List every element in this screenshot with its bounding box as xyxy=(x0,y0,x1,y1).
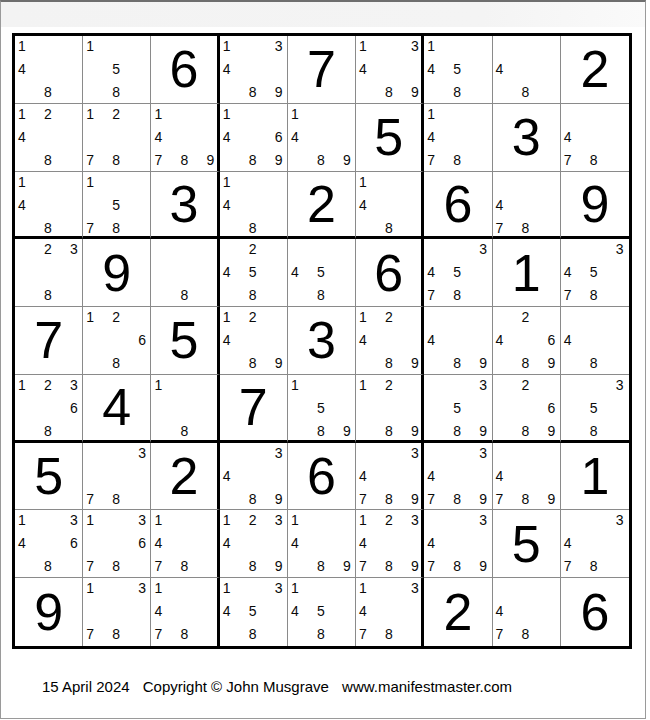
candidate-mark: 7 xyxy=(496,626,504,641)
candidate-mark: 1 xyxy=(359,512,367,527)
candidate-mark: 3 xyxy=(70,512,78,527)
candidate-mark: 3 xyxy=(275,445,283,460)
cell-r8c3[interactable]: 1478 xyxy=(151,510,219,578)
candidate-mark: 5 xyxy=(317,400,325,415)
candidate-mark: 7 xyxy=(359,626,367,641)
candidate-mark: 5 xyxy=(453,400,461,415)
candidate-mark: 9 xyxy=(411,423,419,438)
candidate-mark: 9 xyxy=(275,355,283,370)
candidate-mark: 6 xyxy=(138,535,146,550)
cell-value: 1 xyxy=(493,239,560,306)
candidate-mark: 5 xyxy=(590,264,598,279)
candidate-mark: 8 xyxy=(453,287,461,302)
cell-r2c4[interactable]: 14689 xyxy=(220,104,288,172)
cell-r2c2[interactable]: 1278 xyxy=(83,104,151,172)
candidate-mark: 4 xyxy=(154,129,162,144)
candidate-mark: 8 xyxy=(317,152,325,167)
candidate-mark: 1 xyxy=(223,174,231,189)
candidate-mark: 8 xyxy=(317,626,325,641)
cell-value: 2 xyxy=(424,578,491,646)
cell-value: 6 xyxy=(561,578,629,646)
candidate-mark: 2 xyxy=(385,512,393,527)
candidate-mark: 4 xyxy=(564,129,572,144)
candidate-mark: 3 xyxy=(275,512,283,527)
candidate-mark: 5 xyxy=(249,264,257,279)
candidate-mark: 4 xyxy=(291,603,299,618)
candidate-mark: 2 xyxy=(44,377,52,392)
candidate-mark: 4 xyxy=(154,535,162,550)
candidate-mark: 2 xyxy=(112,309,120,324)
cell-r8c2[interactable]: 13678 xyxy=(83,510,151,578)
cell-r9c8[interactable]: 478 xyxy=(493,578,561,646)
candidate-mark: 6 xyxy=(70,535,78,550)
candidate-mark: 8 xyxy=(112,84,120,99)
cell-r6c9[interactable]: 358 xyxy=(561,375,629,443)
candidate-mark: 9 xyxy=(479,491,487,506)
cell-value: 2 xyxy=(151,443,216,510)
candidate-mark: 1 xyxy=(86,174,94,189)
candidate-mark: 8 xyxy=(44,287,52,302)
cell-r5c4[interactable]: 12489 xyxy=(220,307,288,375)
cell-r6c2[interactable]: 4 xyxy=(83,375,151,443)
candidate-mark: 3 xyxy=(616,512,624,527)
candidate-mark: 1 xyxy=(18,174,26,189)
cell-r3c4[interactable]: 148 xyxy=(220,172,288,240)
candidate-mark: 4 xyxy=(291,129,299,144)
cell-r8c9[interactable]: 3478 xyxy=(561,510,629,578)
candidate-mark: 8 xyxy=(453,558,461,573)
candidate-mark: 4 xyxy=(564,332,572,347)
candidate-mark: 8 xyxy=(180,287,188,302)
cell-r7c1[interactable]: 5 xyxy=(15,443,83,511)
candidate-mark: 4 xyxy=(496,332,504,347)
cell-value: 7 xyxy=(220,375,287,440)
cell-r1c2[interactable]: 158 xyxy=(83,36,151,104)
candidate-mark: 4 xyxy=(427,535,435,550)
candidate-mark: 4 xyxy=(427,264,435,279)
cell-value: 3 xyxy=(288,307,355,374)
candidate-mark: 8 xyxy=(453,152,461,167)
candidate-mark: 7 xyxy=(86,220,94,235)
cell-r6c5[interactable]: 1589 xyxy=(288,375,356,443)
candidate-mark: 4 xyxy=(223,61,231,76)
cell-r4c5[interactable]: 458 xyxy=(288,239,356,307)
candidate-mark: 7 xyxy=(564,152,572,167)
cell-r9c2[interactable]: 1378 xyxy=(83,578,151,646)
cell-r1c5[interactable]: 7 xyxy=(288,36,356,104)
candidate-mark: 1 xyxy=(223,580,231,595)
cell-r5c2[interactable]: 1268 xyxy=(83,307,151,375)
candidate-mark: 4 xyxy=(564,535,572,550)
footer-website: www.manifestmaster.com xyxy=(342,678,512,695)
candidate-mark: 8 xyxy=(112,220,120,235)
candidate-mark: 3 xyxy=(616,241,624,256)
candidate-mark: 8 xyxy=(385,558,393,573)
cell-value: 5 xyxy=(151,307,216,374)
candidate-mark: 1 xyxy=(86,580,94,595)
cell-value: 9 xyxy=(15,578,82,646)
candidate-mark: 5 xyxy=(112,197,120,212)
candidate-mark: 4 xyxy=(359,468,367,483)
candidate-mark: 1 xyxy=(291,377,299,392)
candidate-mark: 8 xyxy=(590,423,598,438)
candidate-mark: 8 xyxy=(522,626,530,641)
candidate-mark: 7 xyxy=(86,152,94,167)
cell-r5c5[interactable]: 3 xyxy=(288,307,356,375)
cell-r4c6[interactable]: 6 xyxy=(356,239,424,307)
cell-r9c1[interactable]: 9 xyxy=(15,578,83,646)
cell-r8c4[interactable]: 123489 xyxy=(220,510,288,578)
candidate-mark: 4 xyxy=(359,197,367,212)
cell-r5c6[interactable]: 12489 xyxy=(356,307,424,375)
cell-r3c5[interactable]: 2 xyxy=(288,172,356,240)
candidate-mark: 6 xyxy=(70,400,78,415)
candidate-mark: 8 xyxy=(522,423,530,438)
candidate-mark: 8 xyxy=(112,355,120,370)
cell-r5c7[interactable]: 489 xyxy=(424,307,492,375)
candidate-mark: 4 xyxy=(18,535,26,550)
cell-r3c9[interactable]: 9 xyxy=(561,172,629,240)
candidate-mark: 4 xyxy=(496,197,504,212)
cell-r7c2[interactable]: 378 xyxy=(83,443,151,511)
candidate-mark: 1 xyxy=(154,580,162,595)
candidate-mark: 9 xyxy=(275,558,283,573)
candidate-mark: 2 xyxy=(249,309,257,324)
page: 1481586134897134891458482124812781478914… xyxy=(0,0,646,719)
candidate-mark: 8 xyxy=(180,152,188,167)
cell-r8c6[interactable]: 1234789 xyxy=(356,510,424,578)
cell-value: 6 xyxy=(356,239,421,306)
candidate-mark: 4 xyxy=(18,61,26,76)
candidate-mark: 2 xyxy=(522,377,530,392)
candidate-mark: 3 xyxy=(138,512,146,527)
cell-value: 2 xyxy=(288,172,355,237)
candidate-mark: 7 xyxy=(154,152,162,167)
cell-r4c7[interactable]: 34578 xyxy=(424,239,492,307)
candidate-mark: 1 xyxy=(359,309,367,324)
candidate-mark: 3 xyxy=(275,580,283,595)
candidate-mark: 1 xyxy=(359,580,367,595)
sudoku-grid: 1481586134897134891458482124812781478914… xyxy=(12,33,632,649)
cell-r3c1[interactable]: 148 xyxy=(15,172,83,240)
cell-r6c7[interactable]: 3589 xyxy=(424,375,492,443)
cell-value: 1 xyxy=(561,443,629,510)
cell-r6c1[interactable]: 12368 xyxy=(15,375,83,443)
candidate-mark: 4 xyxy=(154,603,162,618)
candidate-mark: 4 xyxy=(427,129,435,144)
candidate-mark: 1 xyxy=(359,377,367,392)
cell-r4c1[interactable]: 238 xyxy=(15,239,83,307)
candidate-mark: 9 xyxy=(411,355,419,370)
candidate-mark: 8 xyxy=(44,84,52,99)
candidate-mark: 9 xyxy=(275,84,283,99)
candidate-mark: 5 xyxy=(249,603,257,618)
candidate-mark: 4 xyxy=(18,197,26,212)
candidate-mark: 7 xyxy=(359,558,367,573)
candidate-mark: 4 xyxy=(291,535,299,550)
cell-r8c5[interactable]: 1489 xyxy=(288,510,356,578)
cell-r6c6[interactable]: 1289 xyxy=(356,375,424,443)
candidate-mark: 2 xyxy=(44,106,52,121)
cell-r9c9[interactable]: 6 xyxy=(561,578,629,646)
cell-r1c9[interactable]: 2 xyxy=(561,36,629,104)
footer-copyright: Copyright © John Musgrave xyxy=(143,678,329,695)
candidate-mark: 2 xyxy=(522,309,530,324)
cell-value: 4 xyxy=(83,375,150,440)
cell-r9c5[interactable]: 1458 xyxy=(288,578,356,646)
candidate-mark: 9 xyxy=(479,423,487,438)
cell-r7c7[interactable]: 34789 xyxy=(424,443,492,511)
cell-r2c5[interactable]: 1489 xyxy=(288,104,356,172)
candidate-mark: 6 xyxy=(548,332,556,347)
candidate-mark: 6 xyxy=(138,332,146,347)
candidate-mark: 9 xyxy=(343,152,351,167)
candidate-mark: 8 xyxy=(180,626,188,641)
cell-value: 7 xyxy=(15,307,82,374)
candidate-mark: 2 xyxy=(112,106,120,121)
candidate-mark: 4 xyxy=(223,129,231,144)
cell-r2c3[interactable]: 14789 xyxy=(151,104,219,172)
candidate-mark: 8 xyxy=(590,355,598,370)
candidate-mark: 8 xyxy=(44,220,52,235)
cell-r1c7[interactable]: 1458 xyxy=(424,36,492,104)
candidate-mark: 9 xyxy=(275,152,283,167)
candidate-mark: 8 xyxy=(249,626,257,641)
cell-r6c8[interactable]: 2689 xyxy=(493,375,561,443)
cell-r4c9[interactable]: 34578 xyxy=(561,239,629,307)
candidate-mark: 8 xyxy=(249,84,257,99)
candidate-mark: 7 xyxy=(359,491,367,506)
cell-value: 9 xyxy=(83,239,150,306)
cell-r8c7[interactable]: 34789 xyxy=(424,510,492,578)
candidate-mark: 3 xyxy=(138,580,146,595)
candidate-mark: 1 xyxy=(427,106,435,121)
candidate-mark: 7 xyxy=(564,558,572,573)
candidate-mark: 1 xyxy=(291,106,299,121)
candidate-mark: 1 xyxy=(223,106,231,121)
candidate-mark: 8 xyxy=(249,558,257,573)
candidate-mark: 4 xyxy=(359,535,367,550)
cell-r4c2[interactable]: 9 xyxy=(83,239,151,307)
candidate-mark: 4 xyxy=(223,264,231,279)
cell-r9c4[interactable]: 13458 xyxy=(220,578,288,646)
candidate-mark: 8 xyxy=(522,84,530,99)
cell-r2c9[interactable]: 478 xyxy=(561,104,629,172)
candidate-mark: 8 xyxy=(385,355,393,370)
cell-r7c4[interactable]: 3489 xyxy=(220,443,288,511)
candidate-mark: 4 xyxy=(223,197,231,212)
cell-value: 7 xyxy=(288,36,355,103)
candidate-mark: 1 xyxy=(359,174,367,189)
cell-value: 3 xyxy=(493,104,560,171)
candidate-mark: 7 xyxy=(86,491,94,506)
cell-r6c4[interactable]: 7 xyxy=(220,375,288,443)
candidate-mark: 5 xyxy=(453,61,461,76)
cell-r4c8[interactable]: 1 xyxy=(493,239,561,307)
cell-r2c8[interactable]: 3 xyxy=(493,104,561,172)
cell-r9c7[interactable]: 2 xyxy=(424,578,492,646)
candidate-mark: 8 xyxy=(112,491,120,506)
candidate-mark: 1 xyxy=(154,377,162,392)
cell-r7c6[interactable]: 34789 xyxy=(356,443,424,511)
cell-r8c1[interactable]: 13468 xyxy=(15,510,83,578)
candidate-mark: 6 xyxy=(548,400,556,415)
candidate-mark: 7 xyxy=(427,287,435,302)
candidate-mark: 1 xyxy=(86,309,94,324)
candidate-mark: 1 xyxy=(86,512,94,527)
candidate-mark: 4 xyxy=(496,603,504,618)
candidate-mark: 9 xyxy=(411,558,419,573)
candidate-mark: 9 xyxy=(479,558,487,573)
candidate-mark: 8 xyxy=(317,287,325,302)
candidate-mark: 8 xyxy=(385,220,393,235)
candidate-mark: 1 xyxy=(223,309,231,324)
cell-r5c3[interactable]: 5 xyxy=(151,307,219,375)
candidate-mark: 8 xyxy=(249,355,257,370)
candidate-mark: 5 xyxy=(112,61,120,76)
candidate-mark: 8 xyxy=(385,626,393,641)
cell-r6c3[interactable]: 18 xyxy=(151,375,219,443)
cell-r3c3[interactable]: 3 xyxy=(151,172,219,240)
candidate-mark: 7 xyxy=(427,152,435,167)
candidate-mark: 7 xyxy=(86,558,94,573)
cell-value: 3 xyxy=(151,172,216,237)
candidate-mark: 1 xyxy=(18,512,26,527)
cell-r5c9[interactable]: 48 xyxy=(561,307,629,375)
candidate-mark: 8 xyxy=(453,355,461,370)
candidate-mark: 9 xyxy=(548,355,556,370)
candidate-mark: 4 xyxy=(564,264,572,279)
candidate-mark: 9 xyxy=(343,558,351,573)
candidate-mark: 8 xyxy=(385,423,393,438)
candidate-mark: 9 xyxy=(411,491,419,506)
window-top-bar xyxy=(1,2,645,27)
candidate-mark: 8 xyxy=(180,558,188,573)
candidate-mark: 2 xyxy=(385,309,393,324)
candidate-mark: 5 xyxy=(453,264,461,279)
candidate-mark: 9 xyxy=(548,423,556,438)
cell-r5c8[interactable]: 24689 xyxy=(493,307,561,375)
candidate-mark: 4 xyxy=(223,535,231,550)
candidate-mark: 1 xyxy=(291,580,299,595)
candidate-mark: 2 xyxy=(44,241,52,256)
candidate-mark: 9 xyxy=(206,152,214,167)
candidate-mark: 3 xyxy=(479,241,487,256)
candidate-mark: 8 xyxy=(317,558,325,573)
cell-r9c3[interactable]: 1478 xyxy=(151,578,219,646)
cell-r1c8[interactable]: 48 xyxy=(493,36,561,104)
candidate-mark: 3 xyxy=(138,445,146,460)
cell-r1c4[interactable]: 13489 xyxy=(220,36,288,104)
cell-value: 9 xyxy=(561,172,629,237)
candidate-mark: 1 xyxy=(427,38,435,53)
footer: 15 April 2024 Copyright © John Musgrave … xyxy=(42,678,521,695)
candidate-mark: 7 xyxy=(86,626,94,641)
candidate-mark: 3 xyxy=(411,38,419,53)
candidate-mark: 3 xyxy=(616,377,624,392)
cell-r1c1[interactable]: 148 xyxy=(15,36,83,104)
candidate-mark: 1 xyxy=(291,512,299,527)
candidate-mark: 8 xyxy=(453,423,461,438)
cell-r1c6[interactable]: 13489 xyxy=(356,36,424,104)
candidate-mark: 8 xyxy=(44,558,52,573)
candidate-mark: 4 xyxy=(223,468,231,483)
cell-r7c9[interactable]: 1 xyxy=(561,443,629,511)
candidate-mark: 8 xyxy=(522,355,530,370)
candidate-mark: 4 xyxy=(427,468,435,483)
candidate-mark: 4 xyxy=(496,468,504,483)
candidate-mark: 8 xyxy=(249,491,257,506)
candidate-mark: 1 xyxy=(154,512,162,527)
candidate-mark: 3 xyxy=(479,445,487,460)
cell-value: 5 xyxy=(493,510,560,577)
candidate-mark: 8 xyxy=(249,152,257,167)
cell-value: 2 xyxy=(561,36,629,103)
cell-r4c3[interactable]: 8 xyxy=(151,239,219,307)
candidate-mark: 1 xyxy=(154,106,162,121)
candidate-mark: 5 xyxy=(317,603,325,618)
candidate-mark: 8 xyxy=(317,423,325,438)
candidate-mark: 1 xyxy=(223,512,231,527)
candidate-mark: 1 xyxy=(18,377,26,392)
candidate-mark: 3 xyxy=(479,377,487,392)
candidate-mark: 7 xyxy=(496,220,504,235)
cell-r3c6[interactable]: 148 xyxy=(356,172,424,240)
cell-r3c2[interactable]: 1578 xyxy=(83,172,151,240)
candidate-mark: 8 xyxy=(590,287,598,302)
candidate-mark: 8 xyxy=(112,626,120,641)
candidate-mark: 3 xyxy=(70,377,78,392)
cell-r7c5[interactable]: 6 xyxy=(288,443,356,511)
candidate-mark: 3 xyxy=(70,241,78,256)
cell-r4c4[interactable]: 2458 xyxy=(220,239,288,307)
cell-r8c8[interactable]: 5 xyxy=(493,510,561,578)
candidate-mark: 4 xyxy=(359,332,367,347)
cell-r9c6[interactable]: 13478 xyxy=(356,578,424,646)
candidate-mark: 1 xyxy=(223,38,231,53)
candidate-mark: 7 xyxy=(427,491,435,506)
candidate-mark: 9 xyxy=(548,491,556,506)
cell-r2c7[interactable]: 1478 xyxy=(424,104,492,172)
cell-r3c7[interactable]: 6 xyxy=(424,172,492,240)
candidate-mark: 8 xyxy=(44,423,52,438)
cell-r5c1[interactable]: 7 xyxy=(15,307,83,375)
candidate-mark: 4 xyxy=(223,332,231,347)
candidate-mark: 4 xyxy=(359,61,367,76)
candidate-mark: 6 xyxy=(275,129,283,144)
candidate-mark: 2 xyxy=(385,377,393,392)
candidate-mark: 1 xyxy=(18,38,26,53)
cell-r2c6[interactable]: 5 xyxy=(356,104,424,172)
candidate-mark: 8 xyxy=(385,491,393,506)
candidate-mark: 7 xyxy=(154,558,162,573)
candidate-mark: 8 xyxy=(180,423,188,438)
candidate-mark: 9 xyxy=(275,491,283,506)
cell-r1c3[interactable]: 6 xyxy=(151,36,219,104)
candidate-mark: 7 xyxy=(154,626,162,641)
cell-r7c3[interactable]: 2 xyxy=(151,443,219,511)
cell-r3c8[interactable]: 478 xyxy=(493,172,561,240)
cell-r7c8[interactable]: 4789 xyxy=(493,443,561,511)
cell-r2c1[interactable]: 1248 xyxy=(15,104,83,172)
candidate-mark: 8 xyxy=(522,220,530,235)
candidate-mark: 1 xyxy=(86,38,94,53)
candidate-mark: 8 xyxy=(112,152,120,167)
candidate-mark: 8 xyxy=(112,558,120,573)
candidate-mark: 7 xyxy=(496,491,504,506)
candidate-mark: 5 xyxy=(590,400,598,415)
candidate-mark: 9 xyxy=(343,423,351,438)
